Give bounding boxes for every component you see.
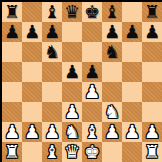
piece-black-knight: ♞ <box>42 42 62 62</box>
square-c5[interactable] <box>42 62 62 82</box>
square-f3[interactable]: ♞ <box>102 102 122 122</box>
piece-black-pawn: ♟ <box>122 22 142 42</box>
square-e7[interactable] <box>82 22 102 42</box>
square-b5[interactable] <box>22 62 42 82</box>
square-f4[interactable] <box>102 82 122 102</box>
square-e6[interactable] <box>82 42 102 62</box>
square-d7[interactable] <box>62 22 82 42</box>
square-b2[interactable]: ♟ <box>22 122 42 142</box>
piece-white-pawn: ♟ <box>122 122 142 142</box>
square-a8[interactable]: ♜ <box>2 2 22 22</box>
square-a1[interactable]: ♜ <box>2 142 22 162</box>
piece-white-knight: ♞ <box>62 122 82 142</box>
square-d5[interactable]: ♟ <box>62 62 82 82</box>
square-e5[interactable]: ♟ <box>82 62 102 82</box>
square-e8[interactable]: ♚ <box>82 2 102 22</box>
square-f7[interactable]: ♟ <box>102 22 122 42</box>
square-h1[interactable]: ♜ <box>142 142 162 162</box>
square-h3[interactable] <box>142 102 162 122</box>
piece-black-bishop: ♝ <box>102 2 122 22</box>
square-h6[interactable] <box>142 42 162 62</box>
square-g8[interactable] <box>122 2 142 22</box>
square-c6[interactable]: ♞ <box>42 42 62 62</box>
square-g1[interactable] <box>122 142 142 162</box>
square-g4[interactable] <box>122 82 142 102</box>
piece-black-pawn: ♟ <box>82 62 102 82</box>
square-c7[interactable]: ♟ <box>42 22 62 42</box>
chess-board: ♜♝♛♚♝♜♟♟♟♟♟♟♞♞♟♟♟♟♞♟♟♟♞♝♟♟♟♜♝♛♚♜ <box>0 0 162 162</box>
square-b8[interactable] <box>22 2 42 22</box>
piece-white-pawn: ♟ <box>82 82 102 102</box>
piece-white-pawn: ♟ <box>102 122 122 142</box>
square-e1[interactable]: ♚ <box>82 142 102 162</box>
square-g3[interactable] <box>122 102 142 122</box>
square-f8[interactable]: ♝ <box>102 2 122 22</box>
piece-white-rook: ♜ <box>142 142 162 162</box>
square-f5[interactable] <box>102 62 122 82</box>
piece-white-pawn: ♟ <box>22 122 42 142</box>
square-d4[interactable] <box>62 82 82 102</box>
square-d6[interactable] <box>62 42 82 62</box>
square-h4[interactable] <box>142 82 162 102</box>
square-h2[interactable]: ♟ <box>142 122 162 142</box>
piece-white-bishop: ♝ <box>42 142 62 162</box>
piece-black-pawn: ♟ <box>62 62 82 82</box>
square-a7[interactable]: ♟ <box>2 22 22 42</box>
piece-white-king: ♚ <box>82 142 102 162</box>
piece-black-pawn: ♟ <box>102 22 122 42</box>
piece-white-knight: ♞ <box>102 102 122 122</box>
square-g2[interactable]: ♟ <box>122 122 142 142</box>
square-b6[interactable] <box>22 42 42 62</box>
square-d1[interactable]: ♛ <box>62 142 82 162</box>
square-a5[interactable] <box>2 62 22 82</box>
square-b4[interactable] <box>22 82 42 102</box>
square-f6[interactable]: ♞ <box>102 42 122 62</box>
piece-black-pawn: ♟ <box>22 22 42 42</box>
square-d8[interactable]: ♛ <box>62 2 82 22</box>
square-b3[interactable] <box>22 102 42 122</box>
square-a3[interactable] <box>2 102 22 122</box>
square-c4[interactable] <box>42 82 62 102</box>
piece-white-queen: ♛ <box>62 142 82 162</box>
square-d3[interactable]: ♟ <box>62 102 82 122</box>
square-g6[interactable] <box>122 42 142 62</box>
piece-black-pawn: ♟ <box>2 22 22 42</box>
square-e3[interactable] <box>82 102 102 122</box>
square-f1[interactable] <box>102 142 122 162</box>
square-c8[interactable]: ♝ <box>42 2 62 22</box>
piece-black-knight: ♞ <box>102 42 122 62</box>
square-d2[interactable]: ♞ <box>62 122 82 142</box>
square-c1[interactable]: ♝ <box>42 142 62 162</box>
piece-white-bishop: ♝ <box>82 122 102 142</box>
square-a4[interactable] <box>2 82 22 102</box>
piece-black-bishop: ♝ <box>42 2 62 22</box>
square-c3[interactable] <box>42 102 62 122</box>
square-a6[interactable] <box>2 42 22 62</box>
piece-black-pawn: ♟ <box>42 22 62 42</box>
square-g5[interactable] <box>122 62 142 82</box>
piece-white-pawn: ♟ <box>2 122 22 142</box>
piece-black-rook: ♜ <box>142 2 162 22</box>
square-e2[interactable]: ♝ <box>82 122 102 142</box>
square-b1[interactable] <box>22 142 42 162</box>
piece-white-pawn: ♟ <box>62 102 82 122</box>
square-f2[interactable]: ♟ <box>102 122 122 142</box>
piece-black-king: ♚ <box>82 2 102 22</box>
square-c2[interactable]: ♟ <box>42 122 62 142</box>
piece-white-pawn: ♟ <box>42 122 62 142</box>
square-b7[interactable]: ♟ <box>22 22 42 42</box>
piece-white-pawn: ♟ <box>142 122 162 142</box>
square-g7[interactable]: ♟ <box>122 22 142 42</box>
square-h8[interactable]: ♜ <box>142 2 162 22</box>
square-h7[interactable]: ♟ <box>142 22 162 42</box>
piece-black-queen: ♛ <box>62 2 82 22</box>
square-e4[interactable]: ♟ <box>82 82 102 102</box>
piece-black-pawn: ♟ <box>142 22 162 42</box>
piece-black-rook: ♜ <box>2 2 22 22</box>
piece-white-rook: ♜ <box>2 142 22 162</box>
square-h5[interactable] <box>142 62 162 82</box>
square-a2[interactable]: ♟ <box>2 122 22 142</box>
